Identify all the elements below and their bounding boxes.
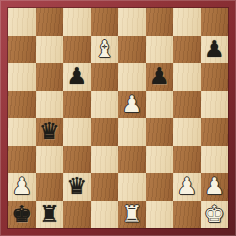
square-d5[interactable] [91, 91, 119, 119]
square-d8[interactable] [91, 8, 119, 36]
square-f8[interactable] [146, 8, 174, 36]
square-a4[interactable] [8, 118, 36, 146]
square-h8[interactable] [201, 8, 229, 36]
square-g7[interactable] [173, 36, 201, 64]
square-h6[interactable] [201, 63, 229, 91]
piece-black-pawn[interactable]: ♟ [149, 63, 170, 90]
square-e6[interactable] [118, 63, 146, 91]
square-e8[interactable] [118, 8, 146, 36]
square-f4[interactable] [146, 118, 174, 146]
square-e5[interactable]: ♟ [118, 91, 146, 119]
square-d2[interactable] [91, 173, 119, 201]
square-d3[interactable] [91, 146, 119, 174]
board-frame: ♝♟♟♟♟♛♟♛♟♟♚♜♜♚ [0, 0, 236, 236]
square-b6[interactable] [36, 63, 64, 91]
piece-white-pawn[interactable]: ♟ [11, 173, 32, 200]
square-e4[interactable] [118, 118, 146, 146]
square-d1[interactable] [91, 201, 119, 229]
square-b3[interactable] [36, 146, 64, 174]
square-b7[interactable] [36, 36, 64, 64]
square-g2[interactable]: ♟ [173, 173, 201, 201]
square-f7[interactable] [146, 36, 174, 64]
square-c6[interactable]: ♟ [63, 63, 91, 91]
square-g6[interactable] [173, 63, 201, 91]
square-b8[interactable] [36, 8, 64, 36]
square-h2[interactable]: ♟ [201, 173, 229, 201]
square-f2[interactable] [146, 173, 174, 201]
square-h5[interactable] [201, 91, 229, 119]
square-a3[interactable] [8, 146, 36, 174]
square-g4[interactable] [173, 118, 201, 146]
square-g1[interactable] [173, 201, 201, 229]
chess-board: ♝♟♟♟♟♛♟♛♟♟♚♜♜♚ [8, 8, 228, 228]
square-g3[interactable] [173, 146, 201, 174]
piece-black-queen[interactable]: ♛ [66, 173, 87, 200]
piece-white-pawn[interactable]: ♟ [204, 173, 225, 200]
square-g8[interactable] [173, 8, 201, 36]
square-c4[interactable] [63, 118, 91, 146]
square-h3[interactable] [201, 146, 229, 174]
piece-black-queen[interactable]: ♛ [39, 118, 60, 145]
square-g5[interactable] [173, 91, 201, 119]
square-c2[interactable]: ♛ [63, 173, 91, 201]
square-f5[interactable] [146, 91, 174, 119]
piece-black-king[interactable]: ♚ [11, 201, 32, 228]
square-a6[interactable] [8, 63, 36, 91]
square-e2[interactable] [118, 173, 146, 201]
piece-white-pawn[interactable]: ♟ [121, 91, 142, 118]
square-b2[interactable] [36, 173, 64, 201]
square-d7[interactable]: ♝ [91, 36, 119, 64]
piece-white-bishop[interactable]: ♝ [94, 36, 115, 63]
piece-black-rook[interactable]: ♜ [39, 201, 60, 228]
square-a2[interactable]: ♟ [8, 173, 36, 201]
square-a5[interactable] [8, 91, 36, 119]
square-b5[interactable] [36, 91, 64, 119]
square-e1[interactable]: ♜ [118, 201, 146, 229]
piece-black-pawn[interactable]: ♟ [204, 36, 225, 63]
square-c1[interactable] [63, 201, 91, 229]
square-e7[interactable] [118, 36, 146, 64]
square-d4[interactable] [91, 118, 119, 146]
square-b4[interactable]: ♛ [36, 118, 64, 146]
square-a7[interactable] [8, 36, 36, 64]
square-h1[interactable]: ♚ [201, 201, 229, 229]
piece-white-rook[interactable]: ♜ [121, 201, 142, 228]
square-f3[interactable] [146, 146, 174, 174]
square-c7[interactable] [63, 36, 91, 64]
square-f1[interactable] [146, 201, 174, 229]
square-c5[interactable] [63, 91, 91, 119]
square-c8[interactable] [63, 8, 91, 36]
piece-black-pawn[interactable]: ♟ [66, 63, 87, 90]
square-h4[interactable] [201, 118, 229, 146]
piece-white-king[interactable]: ♚ [204, 201, 225, 228]
square-a8[interactable] [8, 8, 36, 36]
piece-white-pawn[interactable]: ♟ [176, 173, 197, 200]
square-c3[interactable] [63, 146, 91, 174]
square-h7[interactable]: ♟ [201, 36, 229, 64]
square-a1[interactable]: ♚ [8, 201, 36, 229]
square-d6[interactable] [91, 63, 119, 91]
square-b1[interactable]: ♜ [36, 201, 64, 229]
square-e3[interactable] [118, 146, 146, 174]
square-f6[interactable]: ♟ [146, 63, 174, 91]
